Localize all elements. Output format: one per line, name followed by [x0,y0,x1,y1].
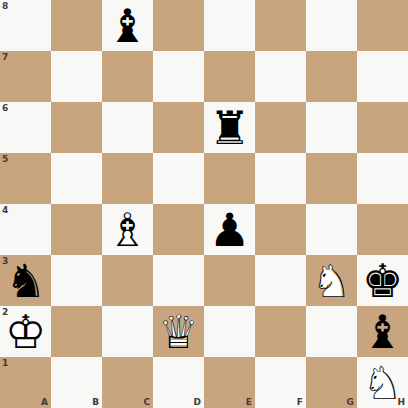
piece-black-pawn[interactable]: ♟ [204,204,255,255]
piece-white-bishop[interactable]: ♝♗ [102,204,153,255]
square-b3[interactable] [51,255,102,306]
square-b6[interactable] [51,102,102,153]
square-f8[interactable] [255,0,306,51]
piece-white-king[interactable]: ♚♔ [0,306,51,357]
square-d7[interactable] [153,51,204,102]
white-bishop-icon: ♗ [107,207,148,253]
white-knight-icon: ♘ [362,360,403,406]
square-f1[interactable]: F [255,357,306,408]
square-d5[interactable] [153,153,204,204]
square-a1[interactable]: 1A [0,357,51,408]
square-e7[interactable] [204,51,255,102]
square-h5[interactable] [357,153,408,204]
square-h1[interactable]: H♞♘ [357,357,408,408]
rank-label-7: 7 [2,52,8,62]
square-g3[interactable]: ♞♘ [306,255,357,306]
square-c8[interactable]: ♝ [102,0,153,51]
square-c2[interactable] [102,306,153,357]
square-e3[interactable] [204,255,255,306]
black-knight-icon: ♞ [5,258,46,304]
square-f6[interactable] [255,102,306,153]
square-h3[interactable]: ♚ [357,255,408,306]
square-g2[interactable] [306,306,357,357]
square-b5[interactable] [51,153,102,204]
square-d2[interactable]: ♛♕ [153,306,204,357]
piece-white-knight[interactable]: ♞♘ [357,357,408,408]
piece-black-bishop[interactable]: ♝ [102,0,153,51]
black-rook-icon: ♜ [209,105,250,151]
square-c4[interactable]: ♝♗ [102,204,153,255]
file-label-f: F [297,397,303,407]
square-b4[interactable] [51,204,102,255]
square-a8[interactable]: 8 [0,0,51,51]
white-queen-icon: ♕ [158,309,199,355]
square-h7[interactable] [357,51,408,102]
piece-black-rook[interactable]: ♜ [204,102,255,153]
square-a2[interactable]: 2♚♔ [0,306,51,357]
rank-label-4: 4 [2,205,8,215]
square-d8[interactable] [153,0,204,51]
square-f4[interactable] [255,204,306,255]
square-f2[interactable] [255,306,306,357]
square-e2[interactable] [204,306,255,357]
square-a6[interactable]: 6 [0,102,51,153]
square-d1[interactable]: D [153,357,204,408]
square-f3[interactable] [255,255,306,306]
square-g1[interactable]: G [306,357,357,408]
square-b8[interactable] [51,0,102,51]
rank-label-5: 5 [2,154,8,164]
square-d6[interactable] [153,102,204,153]
piece-black-bishop[interactable]: ♝ [357,306,408,357]
square-b2[interactable] [51,306,102,357]
square-g5[interactable] [306,153,357,204]
file-label-e: E [246,397,252,407]
square-f7[interactable] [255,51,306,102]
square-e6[interactable]: ♜ [204,102,255,153]
square-h8[interactable] [357,0,408,51]
square-f5[interactable] [255,153,306,204]
square-c3[interactable] [102,255,153,306]
square-e5[interactable] [204,153,255,204]
file-label-g: G [347,397,354,407]
square-c1[interactable]: C [102,357,153,408]
white-knight-icon: ♘ [311,258,352,304]
white-king-icon: ♔ [5,309,46,355]
file-label-c: C [143,397,150,407]
piece-white-queen[interactable]: ♛♕ [153,306,204,357]
rank-label-8: 8 [2,1,8,11]
rank-label-6: 6 [2,103,8,113]
square-h6[interactable] [357,102,408,153]
square-a4[interactable]: 4 [0,204,51,255]
square-g6[interactable] [306,102,357,153]
square-a7[interactable]: 7 [0,51,51,102]
square-c5[interactable] [102,153,153,204]
square-a3[interactable]: 3♞ [0,255,51,306]
square-c7[interactable] [102,51,153,102]
square-b7[interactable] [51,51,102,102]
square-a5[interactable]: 5 [0,153,51,204]
file-label-d: D [194,397,201,407]
piece-black-king[interactable]: ♚ [357,255,408,306]
black-bishop-icon: ♝ [107,3,148,49]
square-h2[interactable]: ♝ [357,306,408,357]
square-b1[interactable]: B [51,357,102,408]
square-h4[interactable] [357,204,408,255]
square-c6[interactable] [102,102,153,153]
square-g4[interactable] [306,204,357,255]
square-d3[interactable] [153,255,204,306]
square-g8[interactable] [306,0,357,51]
square-e8[interactable] [204,0,255,51]
black-king-icon: ♚ [362,258,403,304]
square-g7[interactable] [306,51,357,102]
file-label-b: B [92,397,99,407]
square-d4[interactable] [153,204,204,255]
square-e4[interactable]: ♟ [204,204,255,255]
black-bishop-icon: ♝ [362,309,403,355]
file-label-a: A [41,397,48,407]
piece-black-knight[interactable]: ♞ [0,255,51,306]
rank-label-1: 1 [2,358,8,368]
square-e1[interactable]: E [204,357,255,408]
chess-board: 8♝76♜54♝♗♟3♞♞♘♚2♚♔♛♕♝1ABCDEFGH♞♘ [0,0,408,408]
black-pawn-icon: ♟ [209,207,250,253]
piece-white-knight[interactable]: ♞♘ [306,255,357,306]
